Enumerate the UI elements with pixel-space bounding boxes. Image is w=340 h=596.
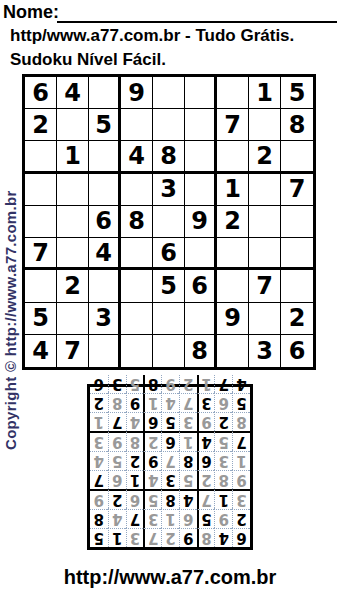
solution-cell-r3c5: 8	[161, 489, 179, 509]
cell-r3c6	[185, 141, 217, 173]
cell-r1c9: 5	[281, 77, 313, 109]
cell-r5c3: 6	[89, 206, 121, 238]
cell-r6c2	[57, 238, 89, 270]
solution-cell-r6c8: 9	[108, 431, 126, 451]
solution-cell-r2c4: 6	[179, 509, 197, 528]
cell-r4c4	[121, 174, 153, 206]
solution-cell-r6c3: 4	[197, 431, 215, 451]
cell-r1c8: 1	[249, 77, 281, 109]
solution-cell-r4c8: 6	[108, 470, 126, 489]
solution-cell-r3c6: 5	[143, 489, 161, 509]
header-site-line: http/www.a77.com.br - Tudo Grátis.	[10, 26, 294, 46]
cell-r4c1	[25, 174, 57, 206]
solution-cell-r7c7: 4	[126, 412, 144, 431]
cell-r5c6: 9	[185, 206, 217, 238]
solution-cell-r5c6: 9	[143, 451, 161, 470]
cell-r1c1: 6	[25, 77, 57, 109]
cell-r1c6	[185, 77, 217, 109]
solution-cell-r3c1: 3	[232, 489, 250, 509]
solution-cell-r7c8: 7	[108, 412, 126, 431]
solution-cell-r2c5: 1	[161, 509, 179, 528]
solution-cell-r7c6: 6	[143, 412, 161, 431]
cell-r2c5	[153, 109, 185, 141]
cell-r9c5	[153, 335, 185, 367]
cell-r1c4: 9	[121, 77, 153, 109]
cell-r3c2: 1	[57, 141, 89, 173]
solution-cell-r5c7: 2	[126, 451, 144, 470]
solution-cell-r2c9: 8	[90, 509, 108, 528]
solution-cell-r6c2: 5	[214, 431, 232, 451]
solution-cell-r1c2: 4	[214, 528, 232, 547]
cell-r4c3	[89, 174, 121, 206]
solution-cell-r5c4: 8	[179, 451, 197, 470]
name-label: Nome:	[3, 2, 59, 23]
solution-cell-r2c7: 7	[126, 509, 144, 528]
solution-cell-r1c8: 1	[108, 528, 126, 547]
cell-r5c4: 8	[121, 206, 153, 238]
cell-r9c2: 7	[57, 335, 89, 367]
cell-r7c2: 2	[57, 270, 89, 302]
solution-cell-r3c9: 9	[90, 489, 108, 509]
solution-cell-r9c2: 7	[214, 375, 232, 393]
cell-r4c5: 3	[153, 174, 185, 206]
solution-cell-r2c2: 9	[214, 509, 232, 528]
solution-cell-r7c1: 8	[232, 412, 250, 431]
solution-cell-r5c8: 5	[108, 451, 126, 470]
solution-cell-r9c8: 3	[108, 375, 126, 393]
cell-r3c9	[281, 141, 313, 173]
solution-cell-r1c6: 7	[143, 528, 161, 547]
solution-cell-r1c1: 6	[232, 528, 250, 547]
sudoku-solution-grid-rotated: 6489273152956137483174856299825341671368…	[87, 384, 253, 550]
cell-r9c7	[217, 335, 249, 367]
cell-r3c3	[89, 141, 121, 173]
solution-cell-r4c5: 3	[161, 470, 179, 489]
name-underline	[57, 1, 337, 23]
cell-r5c5	[153, 206, 185, 238]
cell-r6c6	[185, 238, 217, 270]
cell-r6c9	[281, 238, 313, 270]
solution-cell-r7c2: 2	[214, 412, 232, 431]
solution-cell-r6c4: 1	[179, 431, 197, 451]
cell-r4c6	[185, 174, 217, 206]
cell-r1c2: 4	[57, 77, 89, 109]
solution-cell-r3c7: 6	[126, 489, 144, 509]
cell-r7c1	[25, 270, 57, 302]
cell-r2c1: 2	[25, 109, 57, 141]
cell-r9c3	[89, 335, 121, 367]
solution-cell-r8c4: 7	[179, 393, 197, 412]
solution-cell-r4c1: 9	[232, 470, 250, 489]
solution-cell-r1c5: 2	[161, 528, 179, 547]
cell-r8c3: 3	[89, 303, 121, 335]
cell-r6c7	[217, 238, 249, 270]
solution-cell-r9c9: 6	[90, 375, 108, 393]
solution-cell-r3c2: 1	[214, 489, 232, 509]
cell-r6c3: 4	[89, 238, 121, 270]
solution-cell-r4c7: 1	[126, 470, 144, 489]
cell-r2c4	[121, 109, 153, 141]
cell-r1c5	[153, 77, 185, 109]
cell-r8c8	[249, 303, 281, 335]
solution-cell-r7c4: 3	[179, 412, 197, 431]
copyright-vertical-text: Copyright © http://www.a77.com.br	[2, 190, 19, 450]
solution-cell-r3c8: 2	[108, 489, 126, 509]
cell-r6c1: 7	[25, 238, 57, 270]
solution-cell-r1c4: 9	[179, 528, 197, 547]
solution-cell-r1c9: 5	[90, 528, 108, 547]
cell-r8c4	[121, 303, 153, 335]
solution-cell-r5c2: 3	[214, 451, 232, 470]
cell-r7c6: 6	[185, 270, 217, 302]
solution-cell-r3c4: 4	[179, 489, 197, 509]
solution-cell-r7c5: 5	[161, 412, 179, 431]
solution-cell-r8c9: 2	[90, 393, 108, 412]
solution-cell-r6c9: 3	[90, 431, 108, 451]
cell-r2c8	[249, 109, 281, 141]
cell-r8c9: 2	[281, 303, 313, 335]
cell-r9c4	[121, 335, 153, 367]
solution-cell-r5c1: 1	[232, 451, 250, 470]
solution-cell-r8c5: 4	[161, 393, 179, 412]
solution-cell-r7c3: 9	[197, 412, 215, 431]
cell-r4c8	[249, 174, 281, 206]
solution-cell-r2c8: 4	[108, 509, 126, 528]
cell-r5c8	[249, 206, 281, 238]
cell-r9c6: 8	[185, 335, 217, 367]
cell-r1c3	[89, 77, 121, 109]
cell-r6c4	[121, 238, 153, 270]
cell-r3c5: 8	[153, 141, 185, 173]
solution-cell-r9c3: 1	[197, 375, 215, 393]
cell-r3c1	[25, 141, 57, 173]
solution-cell-r8c2: 6	[214, 393, 232, 412]
cell-r1c7	[217, 77, 249, 109]
solution-cell-r7c9: 1	[90, 412, 108, 431]
solution-cell-r6c1: 7	[232, 431, 250, 451]
header-level-line: Sudoku Nível Fácil.	[10, 50, 166, 70]
cell-r5c9	[281, 206, 313, 238]
solution-cell-r8c7: 9	[126, 393, 144, 412]
cell-r2c9: 8	[281, 109, 313, 141]
solution-cell-r5c3: 6	[197, 451, 215, 470]
solution-cell-r9c6: 8	[143, 375, 161, 393]
cell-r3c8: 2	[249, 141, 281, 173]
cell-r8c1: 5	[25, 303, 57, 335]
cell-r8c7: 9	[217, 303, 249, 335]
cell-r8c2	[57, 303, 89, 335]
cell-r3c7	[217, 141, 249, 173]
solution-cell-r9c4: 2	[179, 375, 197, 393]
solution-cell-r8c6: 1	[143, 393, 161, 412]
solution-cell-r8c8: 8	[108, 393, 126, 412]
solution-cell-r4c3: 2	[197, 470, 215, 489]
solution-cell-r1c3: 8	[197, 528, 215, 547]
cell-r9c9: 6	[281, 335, 313, 367]
solution-cell-r2c6: 3	[143, 509, 161, 528]
solution-cell-r9c5: 9	[161, 375, 179, 393]
solution-cell-r4c2: 8	[214, 470, 232, 489]
cell-r4c9: 7	[281, 174, 313, 206]
cell-r2c2	[57, 109, 89, 141]
cell-r7c7	[217, 270, 249, 302]
footer-url: http://www.a77.com.br	[0, 566, 340, 589]
solution-cell-r8c1: 5	[232, 393, 250, 412]
cell-r7c3	[89, 270, 121, 302]
solution-cell-r6c6: 2	[143, 431, 161, 451]
solution-cell-r6c5: 6	[161, 431, 179, 451]
cell-r4c7: 1	[217, 174, 249, 206]
cell-r4c2	[57, 174, 89, 206]
cell-r7c9	[281, 270, 313, 302]
cell-r2c6	[185, 109, 217, 141]
solution-cell-r4c9: 7	[90, 470, 108, 489]
cell-r2c7: 7	[217, 109, 249, 141]
cell-r3c4: 4	[121, 141, 153, 173]
cell-r9c8: 3	[249, 335, 281, 367]
cell-r5c7: 2	[217, 206, 249, 238]
solution-cell-r9c1: 4	[232, 375, 250, 393]
solution-cell-r5c5: 7	[161, 451, 179, 470]
sudoku-puzzle-grid: 649152578148231768927462567539247836	[22, 74, 316, 370]
cell-r6c5: 6	[153, 238, 185, 270]
solution-cell-r6c7: 8	[126, 431, 144, 451]
solution-cell-r2c3: 5	[197, 509, 215, 528]
solution-cell-r9c7: 5	[126, 375, 144, 393]
solution-cell-r1c7: 3	[126, 528, 144, 547]
solution-cell-r2c1: 2	[232, 509, 250, 528]
cell-r7c5: 5	[153, 270, 185, 302]
cell-r7c8: 7	[249, 270, 281, 302]
cell-r7c4	[121, 270, 153, 302]
solution-cell-r5c9: 4	[90, 451, 108, 470]
solution-cell-r3c3: 7	[197, 489, 215, 509]
printable-sudoku-page: Nome: http/www.a77.com.br - Tudo Grátis.…	[0, 0, 340, 596]
cell-r2c3: 5	[89, 109, 121, 141]
cell-r6c8	[249, 238, 281, 270]
solution-cell-r4c6: 4	[143, 470, 161, 489]
cell-r8c5	[153, 303, 185, 335]
cell-r5c2	[57, 206, 89, 238]
solution-cell-r4c4: 5	[179, 470, 197, 489]
cell-r8c6	[185, 303, 217, 335]
cell-r9c1: 4	[25, 335, 57, 367]
cell-r5c1	[25, 206, 57, 238]
solution-cell-r8c3: 3	[197, 393, 215, 412]
